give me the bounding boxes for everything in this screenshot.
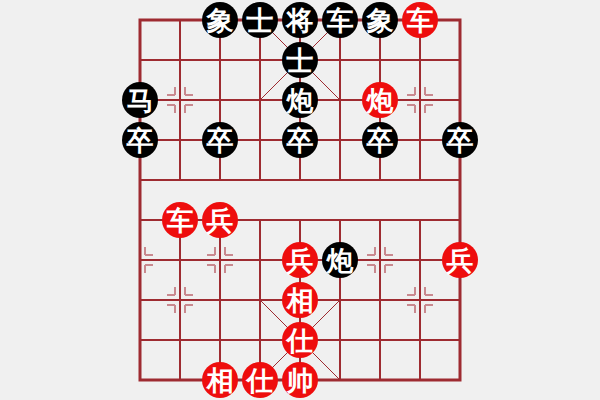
black-piece-black-cannon-e2[interactable]: 炮 bbox=[282, 82, 318, 118]
red-piece-red-advisor-d9[interactable]: 仕 bbox=[242, 362, 278, 398]
red-piece-red-soldier-i6[interactable]: 兵 bbox=[442, 242, 478, 278]
black-piece-black-soldier-a3[interactable]: 卒 bbox=[122, 122, 158, 158]
black-piece-black-elephant-g0[interactable]: 象 bbox=[362, 2, 398, 38]
black-piece-black-general[interactable]: 将 bbox=[282, 2, 318, 38]
red-piece-red-elephant-e7[interactable]: 相 bbox=[282, 282, 318, 318]
red-piece-red-chariot-b5[interactable]: 车 bbox=[162, 202, 198, 238]
red-piece-red-general[interactable]: 帅 bbox=[282, 362, 318, 398]
black-piece-black-elephant-c0[interactable]: 象 bbox=[202, 2, 238, 38]
black-piece-black-cannon-f6[interactable]: 炮 bbox=[322, 242, 358, 278]
red-piece-red-soldier-e6[interactable]: 兵 bbox=[282, 242, 318, 278]
black-piece-black-soldier-g3[interactable]: 卒 bbox=[362, 122, 398, 158]
red-piece-red-cannon-g2[interactable]: 炮 bbox=[362, 82, 398, 118]
black-piece-black-soldier-i3[interactable]: 卒 bbox=[442, 122, 478, 158]
red-piece-red-chariot-h0[interactable]: 车 bbox=[402, 2, 438, 38]
xiangqi-app: 象士将车象车士马炮炮卒卒卒卒卒车兵兵炮兵相仕相仕帅 bbox=[0, 0, 600, 400]
xiangqi-board: 象士将车象车士马炮炮卒卒卒卒卒车兵兵炮兵相仕相仕帅 bbox=[120, 0, 480, 400]
black-piece-black-advisor-d0[interactable]: 士 bbox=[242, 2, 278, 38]
red-piece-red-elephant-c9[interactable]: 相 bbox=[202, 362, 238, 398]
black-piece-black-horse-a2[interactable]: 马 bbox=[122, 82, 158, 118]
red-piece-red-advisor-e8[interactable]: 仕 bbox=[282, 322, 318, 358]
black-piece-black-soldier-c3[interactable]: 卒 bbox=[202, 122, 238, 158]
black-piece-black-chariot-f0[interactable]: 车 bbox=[322, 2, 358, 38]
black-piece-black-advisor-e1[interactable]: 士 bbox=[282, 42, 318, 78]
red-piece-red-soldier-c5[interactable]: 兵 bbox=[202, 202, 238, 238]
black-piece-black-soldier-e3[interactable]: 卒 bbox=[282, 122, 318, 158]
